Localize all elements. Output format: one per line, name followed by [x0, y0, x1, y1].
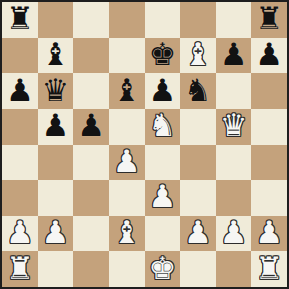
square-a5[interactable]: [2, 109, 38, 145]
square-g6[interactable]: [216, 73, 252, 109]
piece-black-knight[interactable]: ♞: [184, 75, 212, 106]
piece-black-pawn[interactable]: ♟: [148, 75, 176, 106]
square-e3[interactable]: ♟: [145, 180, 181, 216]
square-e6[interactable]: ♟: [145, 73, 181, 109]
square-h2[interactable]: ♟: [251, 216, 287, 252]
square-c6[interactable]: [73, 73, 109, 109]
chess-board-frame: ♜♜♝♚♝♟♟♟♛♝♟♞♟♟♞♛♟♟♟♟♝♟♟♟♜♚♜: [0, 0, 289, 289]
square-c8[interactable]: [73, 2, 109, 38]
piece-black-king[interactable]: ♚: [148, 39, 176, 70]
square-h8[interactable]: ♜: [251, 2, 287, 38]
square-h5[interactable]: [251, 109, 287, 145]
square-c5[interactable]: ♟: [73, 109, 109, 145]
piece-white-pawn[interactable]: ♟: [220, 217, 248, 248]
square-a4[interactable]: [2, 145, 38, 181]
square-d5[interactable]: [109, 109, 145, 145]
square-b8[interactable]: [38, 2, 74, 38]
square-g1[interactable]: [216, 251, 252, 287]
square-d1[interactable]: [109, 251, 145, 287]
square-c3[interactable]: [73, 180, 109, 216]
chess-board: ♜♜♝♚♝♟♟♟♛♝♟♞♟♟♞♛♟♟♟♟♝♟♟♟♜♚♜: [2, 2, 287, 287]
square-d4[interactable]: ♟: [109, 145, 145, 181]
square-h4[interactable]: [251, 145, 287, 181]
square-g3[interactable]: [216, 180, 252, 216]
square-c1[interactable]: [73, 251, 109, 287]
piece-white-pawn[interactable]: ♟: [42, 217, 70, 248]
square-h3[interactable]: [251, 180, 287, 216]
square-b5[interactable]: ♟: [38, 109, 74, 145]
piece-black-rook[interactable]: ♜: [255, 3, 283, 34]
piece-white-knight[interactable]: ♞: [148, 110, 176, 141]
piece-black-pawn[interactable]: ♟: [6, 75, 34, 106]
square-f7[interactable]: ♝: [180, 38, 216, 74]
piece-white-rook[interactable]: ♜: [6, 253, 34, 284]
square-d2[interactable]: ♝: [109, 216, 145, 252]
square-h6[interactable]: [251, 73, 287, 109]
square-f3[interactable]: [180, 180, 216, 216]
square-b1[interactable]: [38, 251, 74, 287]
square-g7[interactable]: ♟: [216, 38, 252, 74]
piece-white-pawn[interactable]: ♟: [255, 217, 283, 248]
square-a3[interactable]: [2, 180, 38, 216]
square-e8[interactable]: [145, 2, 181, 38]
square-g4[interactable]: [216, 145, 252, 181]
square-f6[interactable]: ♞: [180, 73, 216, 109]
square-c4[interactable]: [73, 145, 109, 181]
square-e2[interactable]: [145, 216, 181, 252]
square-e1[interactable]: ♚: [145, 251, 181, 287]
square-a8[interactable]: ♜: [2, 2, 38, 38]
square-f1[interactable]: [180, 251, 216, 287]
piece-white-pawn[interactable]: ♟: [148, 181, 176, 212]
piece-black-bishop[interactable]: ♝: [42, 39, 70, 70]
square-d8[interactable]: [109, 2, 145, 38]
square-h1[interactable]: ♜: [251, 251, 287, 287]
square-d6[interactable]: ♝: [109, 73, 145, 109]
square-c2[interactable]: [73, 216, 109, 252]
piece-black-pawn[interactable]: ♟: [77, 110, 105, 141]
square-a7[interactable]: [2, 38, 38, 74]
square-a6[interactable]: ♟: [2, 73, 38, 109]
piece-white-king[interactable]: ♚: [148, 253, 176, 284]
piece-black-rook[interactable]: ♜: [6, 3, 34, 34]
piece-white-queen[interactable]: ♛: [220, 110, 248, 141]
square-b7[interactable]: ♝: [38, 38, 74, 74]
square-d7[interactable]: [109, 38, 145, 74]
square-g5[interactable]: ♛: [216, 109, 252, 145]
square-b4[interactable]: [38, 145, 74, 181]
piece-white-bishop[interactable]: ♝: [113, 217, 141, 248]
piece-black-pawn[interactable]: ♟: [42, 110, 70, 141]
square-c7[interactable]: [73, 38, 109, 74]
piece-black-pawn[interactable]: ♟: [255, 39, 283, 70]
square-d3[interactable]: [109, 180, 145, 216]
piece-black-pawn[interactable]: ♟: [220, 39, 248, 70]
piece-white-pawn[interactable]: ♟: [113, 146, 141, 177]
square-f2[interactable]: ♟: [180, 216, 216, 252]
square-e4[interactable]: [145, 145, 181, 181]
square-b6[interactable]: ♛: [38, 73, 74, 109]
square-b2[interactable]: ♟: [38, 216, 74, 252]
square-f8[interactable]: [180, 2, 216, 38]
square-e5[interactable]: ♞: [145, 109, 181, 145]
piece-black-bishop[interactable]: ♝: [113, 75, 141, 106]
piece-white-pawn[interactable]: ♟: [6, 217, 34, 248]
square-f4[interactable]: [180, 145, 216, 181]
square-g2[interactable]: ♟: [216, 216, 252, 252]
square-a1[interactable]: ♜: [2, 251, 38, 287]
square-e7[interactable]: ♚: [145, 38, 181, 74]
square-a2[interactable]: ♟: [2, 216, 38, 252]
piece-black-queen[interactable]: ♛: [42, 75, 70, 106]
square-g8[interactable]: [216, 2, 252, 38]
square-b3[interactable]: [38, 180, 74, 216]
piece-white-bishop[interactable]: ♝: [184, 39, 212, 70]
piece-white-pawn[interactable]: ♟: [184, 217, 212, 248]
square-f5[interactable]: [180, 109, 216, 145]
square-h7[interactable]: ♟: [251, 38, 287, 74]
piece-white-rook[interactable]: ♜: [255, 253, 283, 284]
